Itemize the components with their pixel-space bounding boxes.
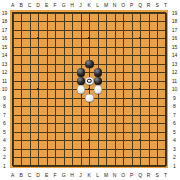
row-label-right: 3 [173,146,176,152]
go-diagram: AABBCCDDEEFFGGHHJJKKLLMMNNOOPPQQRRSSTT19… [0,0,180,180]
column-label-bottom: S [155,172,158,178]
row-label-left: 3 [3,146,6,152]
column-label-bottom: P [130,172,133,178]
column-label-bottom: N [113,172,117,178]
row-label-left: 16 [2,35,8,41]
row-label-right: 15 [172,44,178,50]
row-label-right: 1 [173,163,176,169]
row-label-right: 14 [172,52,178,58]
column-label-top: C [28,2,32,8]
row-label-left: 15 [2,44,8,50]
row-label-left: 1 [3,163,6,169]
row-label-right: 12 [172,69,178,75]
row-label-left: 6 [3,120,6,126]
column-label-top: D [36,2,40,8]
column-label-top: R [147,2,151,8]
black-stone [94,68,102,76]
column-label-top: L [96,2,99,8]
row-label-right: 16 [172,35,178,41]
white-stone [85,77,93,85]
column-label-bottom: J [79,172,82,178]
column-label-bottom: C [28,172,32,178]
row-label-right: 17 [172,27,178,33]
column-label-top: K [87,2,90,8]
column-label-top: B [19,2,22,8]
column-label-top: H [70,2,74,8]
row-label-left: 2 [3,154,6,160]
column-label-top: M [104,2,108,8]
row-label-left: 18 [2,18,8,24]
column-label-top: P [130,2,133,8]
row-label-left: 19 [2,10,8,16]
column-label-bottom: T [164,172,167,178]
column-label-top: A [11,2,14,8]
column-label-bottom: G [62,172,66,178]
row-label-left: 5 [3,129,6,135]
row-label-left: 13 [2,61,8,67]
row-label-right: 9 [173,95,176,101]
column-label-top: F [54,2,57,8]
row-label-right: 19 [172,10,178,16]
white-stone [77,85,85,93]
row-label-right: 13 [172,61,178,67]
go-board[interactable] [10,10,168,168]
white-stone [85,94,93,102]
row-label-left: 8 [3,103,6,109]
column-label-bottom: L [96,172,99,178]
column-label-bottom: B [19,172,22,178]
column-label-top: N [113,2,117,8]
column-label-bottom: E [45,172,48,178]
row-label-right: 11 [172,78,177,84]
row-label-left: 7 [3,112,6,118]
row-label-left: 14 [2,52,8,58]
column-label-top: E [45,2,48,8]
row-label-right: 7 [173,112,176,118]
row-label-left: 11 [2,78,7,84]
row-label-right: 2 [173,154,176,160]
row-label-right: 6 [173,120,176,126]
column-label-top: S [155,2,158,8]
black-stone [77,68,85,76]
column-label-top: T [164,2,167,8]
last-move-marker [87,79,91,83]
row-label-left: 9 [3,95,6,101]
column-label-bottom: O [121,172,125,178]
column-label-bottom: R [147,172,151,178]
row-label-right: 18 [172,18,178,24]
row-label-left: 4 [3,137,6,143]
column-label-bottom: F [54,172,57,178]
column-label-top: J [79,2,82,8]
column-label-bottom: D [36,172,40,178]
row-label-left: 10 [2,86,8,92]
column-label-bottom: M [104,172,108,178]
row-label-right: 5 [173,129,176,135]
column-label-bottom: A [11,172,14,178]
row-label-right: 10 [172,86,178,92]
column-label-bottom: H [70,172,74,178]
row-label-right: 8 [173,103,176,109]
row-label-left: 17 [2,27,8,33]
row-label-left: 12 [2,69,8,75]
white-stone [94,85,102,93]
column-label-bottom: K [87,172,90,178]
column-label-bottom: Q [138,172,142,178]
column-label-top: Q [138,2,142,8]
column-label-top: O [121,2,125,8]
row-label-right: 4 [173,137,176,143]
black-stone [85,60,93,68]
column-label-top: G [62,2,66,8]
